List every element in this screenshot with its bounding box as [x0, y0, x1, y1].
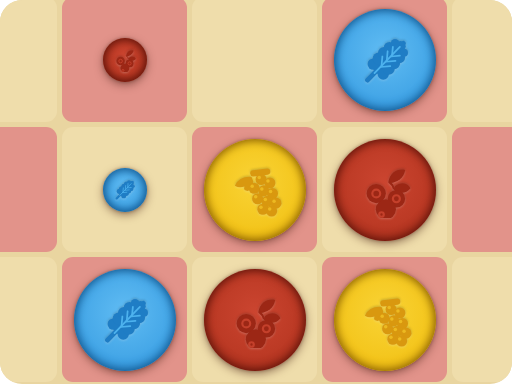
berries-icon — [227, 292, 283, 348]
piece-yellow-grapes-large[interactable] — [204, 139, 306, 241]
cell-r1-c2 — [192, 127, 317, 252]
piece-red-berries-large[interactable] — [204, 269, 306, 371]
cell-r0-c0 — [0, 0, 57, 122]
cell-r0-c4 — [452, 0, 512, 122]
piece-red-berries-large[interactable] — [334, 139, 436, 241]
berries-icon — [357, 162, 413, 218]
cell-r0-c3 — [322, 0, 447, 122]
piece-blue-leaf-large[interactable] — [334, 9, 436, 111]
leaf-icon — [357, 32, 413, 88]
piece-yellow-grapes-large[interactable] — [334, 269, 436, 371]
cell-r2-c3 — [322, 257, 447, 382]
cell-r0-c1 — [62, 0, 187, 122]
berries-icon — [112, 47, 137, 72]
grapes-icon — [357, 292, 413, 348]
cell-r1-c3 — [322, 127, 447, 252]
cell-r1-c0 — [0, 127, 57, 252]
game-board-viewport — [0, 0, 512, 384]
cell-r2-c4 — [452, 257, 512, 382]
cell-r2-c1 — [62, 257, 187, 382]
piece-blue-leaf-small[interactable] — [103, 168, 147, 212]
grapes-icon — [227, 162, 283, 218]
leaf-icon — [97, 292, 153, 348]
cell-r0-c2 — [192, 0, 317, 122]
piece-red-berries-small[interactable] — [103, 38, 147, 82]
cell-r2-c0 — [0, 257, 57, 382]
piece-blue-leaf-large[interactable] — [74, 269, 176, 371]
cell-r1-c1 — [62, 127, 187, 252]
cell-r2-c2 — [192, 257, 317, 382]
leaf-icon — [112, 177, 137, 202]
board — [0, 0, 512, 382]
cell-r1-c4 — [452, 127, 512, 252]
